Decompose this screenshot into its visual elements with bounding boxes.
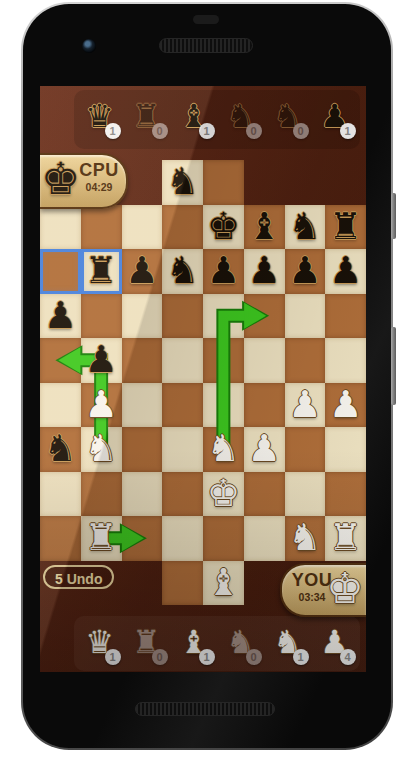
- piece-black-pawn-g7[interactable]: ♟: [285, 249, 326, 294]
- square-d7[interactable]: ♞: [162, 249, 203, 294]
- captured-count-badge: 0: [152, 649, 168, 665]
- square-a4[interactable]: [40, 383, 81, 428]
- square-e2[interactable]: ♚: [203, 472, 244, 517]
- piece-black-pawn-a6[interactable]: ♟: [40, 294, 81, 339]
- square-h8[interactable]: ♜: [325, 205, 366, 250]
- captured-white-pawn: ♟4: [314, 621, 356, 665]
- square-g3[interactable]: [285, 427, 326, 472]
- captured-white-pieces-tray: ♛1♜0♝1♞0♞1♟4: [74, 616, 360, 671]
- square-c0: [122, 561, 163, 606]
- captured-black-queen: ♛1: [79, 95, 121, 139]
- piece-black-pawn-h7[interactable]: ♟: [325, 249, 366, 294]
- square-h6[interactable]: [325, 294, 366, 339]
- chess-board: ♞♚♝♞♜♜♟♞♟♟♟♟♟♟♟♟♟♞♞♞♟♚♜♞♜♝: [40, 160, 366, 605]
- square-g2[interactable]: [285, 472, 326, 517]
- square-g1[interactable]: ♞: [285, 516, 326, 561]
- square-h4[interactable]: ♟: [325, 383, 366, 428]
- captured-count-badge: 0: [152, 123, 168, 139]
- captured-white-knight-alt: ♞1: [267, 621, 309, 665]
- square-b6[interactable]: [81, 294, 122, 339]
- undo-button[interactable]: 5 Undo: [43, 565, 114, 589]
- square-g8[interactable]: ♞: [285, 205, 326, 250]
- square-e1[interactable]: [203, 516, 244, 561]
- captured-white-bishop: ♝1: [173, 621, 215, 665]
- square-c5[interactable]: [122, 338, 163, 383]
- square-g5[interactable]: [285, 338, 326, 383]
- square-d3[interactable]: [162, 427, 203, 472]
- square-f5[interactable]: [244, 338, 285, 383]
- captured-black-bishop: ♝1: [173, 95, 215, 139]
- square-c2[interactable]: [122, 472, 163, 517]
- square-a3[interactable]: ♞: [40, 427, 81, 472]
- piece-black-knight-g8[interactable]: ♞: [285, 205, 326, 250]
- piece-black-rook-h8[interactable]: ♜: [325, 205, 366, 250]
- square-g6[interactable]: [285, 294, 326, 339]
- captured-white-knight: ♞0: [220, 621, 262, 665]
- piece-black-pawn-e7[interactable]: ♟: [203, 249, 244, 294]
- piece-black-pawn-f7[interactable]: ♟: [244, 249, 285, 294]
- bottom-speaker: [135, 702, 275, 716]
- piece-black-knight-d9[interactable]: ♞: [162, 160, 203, 205]
- square-f4[interactable]: [244, 383, 285, 428]
- captured-count-badge: 1: [340, 123, 356, 139]
- piece-white-knight-b3[interactable]: ♞: [81, 427, 122, 472]
- piece-black-pawn-c7[interactable]: ♟: [122, 249, 163, 294]
- square-a1[interactable]: [40, 516, 81, 561]
- square-e6[interactable]: [203, 294, 244, 339]
- square-d9[interactable]: ♞: [162, 160, 203, 205]
- cpu-label: CPU: [76, 160, 122, 181]
- square-h5[interactable]: [325, 338, 366, 383]
- proximity-sensor: [193, 15, 219, 24]
- captured-count-badge: 4: [340, 649, 356, 665]
- piece-white-king-e2[interactable]: ♚: [203, 472, 244, 517]
- square-f3[interactable]: ♟: [244, 427, 285, 472]
- square-b1[interactable]: ♜: [81, 516, 122, 561]
- piece-black-pawn-b5[interactable]: ♟: [81, 338, 122, 383]
- square-g9: [285, 160, 326, 205]
- square-d6[interactable]: [162, 294, 203, 339]
- square-h3[interactable]: [325, 427, 366, 472]
- square-b3[interactable]: ♞: [81, 427, 122, 472]
- square-b5[interactable]: ♟: [81, 338, 122, 383]
- square-c1[interactable]: [122, 516, 163, 561]
- piece-white-pawn-f3[interactable]: ♟: [244, 427, 285, 472]
- captured-count-badge: 1: [105, 649, 121, 665]
- square-d8[interactable]: [162, 205, 203, 250]
- square-h7[interactable]: ♟: [325, 249, 366, 294]
- captured-count-badge: 0: [246, 649, 262, 665]
- square-g7[interactable]: ♟: [285, 249, 326, 294]
- piece-black-rook-b7[interactable]: ♜: [81, 249, 122, 294]
- square-f2[interactable]: [244, 472, 285, 517]
- square-e9[interactable]: [203, 160, 244, 205]
- cpu-player-plaque: ♚ CPU 04:29: [40, 153, 128, 209]
- front-camera: [82, 39, 96, 53]
- square-b8[interactable]: [81, 205, 122, 250]
- power-button: [391, 193, 396, 239]
- square-f8[interactable]: ♝: [244, 205, 285, 250]
- square-d0[interactable]: [162, 561, 203, 606]
- captured-black-rook: ♜0: [126, 95, 168, 139]
- square-b4[interactable]: ♟: [81, 383, 122, 428]
- captured-white-rook: ♜0: [126, 621, 168, 665]
- earpiece-speaker: [159, 38, 253, 53]
- cpu-clock: 04:29: [76, 181, 122, 193]
- piece-white-pawn-g4[interactable]: ♟: [285, 383, 326, 428]
- square-f0: [244, 561, 285, 606]
- square-e0[interactable]: ♝: [203, 561, 244, 606]
- square-a5[interactable]: [40, 338, 81, 383]
- captured-count-badge: 0: [246, 123, 262, 139]
- captured-white-queen: ♛1: [79, 621, 121, 665]
- square-f9: [244, 160, 285, 205]
- captured-count-badge: 0: [293, 123, 309, 139]
- square-d4[interactable]: [162, 383, 203, 428]
- square-e3[interactable]: ♞: [203, 427, 244, 472]
- you-label: YOU: [290, 570, 334, 591]
- square-a2[interactable]: [40, 472, 81, 517]
- square-a7[interactable]: [40, 249, 81, 294]
- captured-count-badge: 1: [199, 123, 215, 139]
- square-g4[interactable]: ♟: [285, 383, 326, 428]
- piece-white-knight-e3[interactable]: ♞: [203, 427, 244, 472]
- piece-white-knight-g1[interactable]: ♞: [285, 516, 326, 561]
- piece-black-king-e8[interactable]: ♚: [203, 205, 244, 250]
- square-d5[interactable]: [162, 338, 203, 383]
- you-player-plaque: ♚ YOU 03:34: [280, 563, 366, 617]
- square-e5[interactable]: [203, 338, 244, 383]
- captured-count-badge: 1: [199, 649, 215, 665]
- square-d2[interactable]: [162, 472, 203, 517]
- square-h1[interactable]: ♜: [325, 516, 366, 561]
- square-d1[interactable]: [162, 516, 203, 561]
- captured-count-badge: 1: [293, 649, 309, 665]
- piece-white-bishop-e0[interactable]: ♝: [203, 561, 244, 606]
- piece-white-pawn-b4[interactable]: ♟: [81, 383, 122, 428]
- play-store-screenshot: { "game": "chess", "players": { "top": {…: [0, 0, 415, 768]
- square-b2[interactable]: [81, 472, 122, 517]
- square-f7[interactable]: ♟: [244, 249, 285, 294]
- square-f1[interactable]: [244, 516, 285, 561]
- square-e7[interactable]: ♟: [203, 249, 244, 294]
- square-h9: [325, 160, 366, 205]
- square-c4[interactable]: [122, 383, 163, 428]
- phone-frame: ♛1♜0♝1♞0♞0♟1 ♚ CPU 04:29 ♞♚♝♞♜♜♟♞♟♟♟♟♟♟♟…: [21, 2, 393, 750]
- piece-black-bishop-f8[interactable]: ♝: [244, 205, 285, 250]
- you-clock: 03:34: [290, 591, 334, 603]
- square-h2[interactable]: [325, 472, 366, 517]
- black-king-icon: ♚: [41, 154, 80, 204]
- piece-white-pawn-h4[interactable]: ♟: [325, 383, 366, 428]
- square-a6[interactable]: ♟: [40, 294, 81, 339]
- captured-black-knight-alt: ♞0: [267, 95, 309, 139]
- square-e4[interactable]: [203, 383, 244, 428]
- captured-black-pieces-tray: ♛1♜0♝1♞0♞0♟1: [74, 90, 360, 149]
- square-a8[interactable]: [40, 205, 81, 250]
- square-c8[interactable]: [122, 205, 163, 250]
- piece-white-rook-h1[interactable]: ♜: [325, 516, 366, 561]
- piece-black-knight-d7[interactable]: ♞: [162, 249, 203, 294]
- square-c7[interactable]: ♟: [122, 249, 163, 294]
- square-c3[interactable]: [122, 427, 163, 472]
- square-c6[interactable]: [122, 294, 163, 339]
- square-e8[interactable]: ♚: [203, 205, 244, 250]
- captured-black-pawn: ♟1: [314, 95, 356, 139]
- piece-white-rook-b1[interactable]: ♜: [81, 516, 122, 561]
- square-b7[interactable]: ♜: [81, 249, 122, 294]
- square-f6[interactable]: [244, 294, 285, 339]
- piece-black-knight-a3[interactable]: ♞: [40, 427, 81, 472]
- captured-count-badge: 1: [105, 123, 121, 139]
- captured-black-knight: ♞0: [220, 95, 262, 139]
- volume-button: [391, 327, 396, 405]
- app-screen: ♛1♜0♝1♞0♞0♟1 ♚ CPU 04:29 ♞♚♝♞♜♜♟♞♟♟♟♟♟♟♟…: [40, 86, 366, 672]
